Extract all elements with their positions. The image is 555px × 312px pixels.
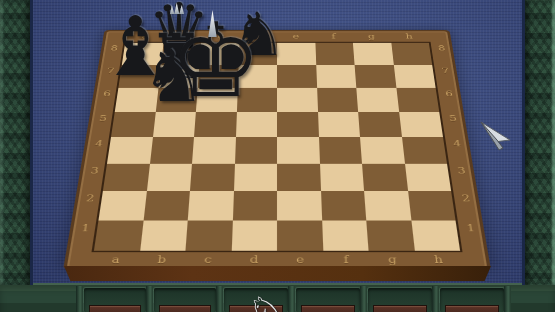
square-h3[interactable] bbox=[404, 163, 451, 191]
square-d1[interactable] bbox=[231, 220, 277, 251]
square-d2[interactable] bbox=[232, 191, 277, 220]
square-h4[interactable] bbox=[402, 137, 447, 163]
square-f8[interactable] bbox=[315, 43, 355, 65]
tray-slot-5[interactable] bbox=[368, 288, 432, 312]
tray-divider bbox=[216, 286, 223, 312]
coord-label-1: 1 bbox=[460, 223, 481, 233]
coord-label-d: d bbox=[231, 255, 277, 266]
square-f1[interactable] bbox=[322, 220, 369, 251]
square-e2[interactable] bbox=[277, 191, 322, 220]
square-f5[interactable] bbox=[318, 112, 360, 137]
coord-label-e: e bbox=[277, 255, 323, 266]
coord-label-7: 7 bbox=[436, 67, 454, 75]
square-a2[interactable] bbox=[99, 191, 147, 220]
square-d3[interactable] bbox=[233, 163, 277, 191]
coord-label-h: h bbox=[415, 255, 463, 266]
square-a1[interactable] bbox=[94, 220, 143, 251]
tray-divider bbox=[146, 286, 153, 312]
square-c3[interactable] bbox=[190, 163, 235, 191]
square-g8[interactable] bbox=[353, 43, 393, 65]
square-h7[interactable] bbox=[393, 65, 435, 88]
square-g3[interactable] bbox=[362, 163, 408, 191]
board-side-face bbox=[64, 266, 491, 281]
coord-label-3: 3 bbox=[451, 166, 471, 175]
coord-label-2: 2 bbox=[456, 194, 477, 204]
square-g2[interactable] bbox=[364, 191, 411, 220]
coord-label-2: 2 bbox=[80, 194, 101, 204]
square-g6[interactable] bbox=[356, 88, 398, 112]
square-h2[interactable] bbox=[408, 191, 456, 220]
square-c2[interactable] bbox=[188, 191, 234, 220]
coord-label-8: 8 bbox=[433, 45, 451, 52]
piece-black-king-c6[interactable]: ♚ bbox=[170, 10, 261, 112]
square-e5[interactable] bbox=[277, 112, 319, 137]
coord-label-b: b bbox=[138, 255, 185, 266]
tray-divider bbox=[360, 286, 367, 312]
tray-inset-panel bbox=[301, 305, 355, 312]
left-border-carving bbox=[0, 0, 33, 285]
coord-label-h: h bbox=[390, 33, 429, 40]
tray-divider bbox=[288, 286, 295, 312]
square-e6[interactable] bbox=[277, 88, 318, 112]
square-b1[interactable] bbox=[140, 220, 188, 251]
square-e3[interactable] bbox=[277, 163, 321, 191]
coord-label-1: 1 bbox=[75, 223, 96, 233]
square-h1[interactable] bbox=[411, 220, 460, 251]
square-b3[interactable] bbox=[146, 163, 192, 191]
tray-inset-panel bbox=[373, 305, 427, 312]
square-f6[interactable] bbox=[317, 88, 358, 112]
coord-label-a: a bbox=[92, 255, 140, 266]
chess-game-screen: { "game": "chess", "view": "3d-perspecti… bbox=[0, 0, 555, 312]
coord-label-f: f bbox=[323, 255, 370, 266]
tray-inset-panel bbox=[159, 305, 211, 312]
tray-slot-4[interactable] bbox=[296, 288, 360, 312]
coord-label-5: 5 bbox=[443, 114, 462, 122]
coord-label-3: 3 bbox=[85, 166, 105, 175]
square-a3[interactable] bbox=[103, 163, 150, 191]
tray-inset-panel bbox=[445, 305, 499, 312]
square-c4[interactable] bbox=[192, 137, 235, 163]
tray-slot-6[interactable] bbox=[440, 288, 504, 312]
square-e1[interactable] bbox=[277, 220, 323, 251]
square-g4[interactable] bbox=[360, 137, 404, 163]
coord-label-g: g bbox=[352, 33, 390, 40]
coord-label-4: 4 bbox=[447, 139, 467, 148]
square-h5[interactable] bbox=[399, 112, 443, 137]
coord-label-4: 4 bbox=[89, 139, 109, 148]
square-g7[interactable] bbox=[355, 65, 396, 88]
square-c1[interactable] bbox=[185, 220, 232, 251]
square-f4[interactable] bbox=[319, 137, 362, 163]
square-f3[interactable] bbox=[319, 163, 364, 191]
tray-divider bbox=[76, 286, 83, 312]
right-border-carving bbox=[522, 0, 555, 285]
coord-label-g: g bbox=[369, 255, 416, 266]
square-g1[interactable] bbox=[366, 220, 414, 251]
coord-label-f: f bbox=[315, 33, 353, 40]
square-g5[interactable] bbox=[358, 112, 401, 137]
square-a4[interactable] bbox=[107, 137, 152, 163]
tray-divider bbox=[504, 286, 511, 312]
tray-divider bbox=[432, 286, 439, 312]
coord-label-6: 6 bbox=[440, 90, 459, 98]
square-e4[interactable] bbox=[277, 137, 319, 163]
square-d4[interactable] bbox=[235, 137, 277, 163]
tray-slot-2[interactable] bbox=[154, 288, 216, 312]
cursor-arrow-icon bbox=[477, 119, 513, 151]
square-b2[interactable] bbox=[143, 191, 190, 220]
tray-inset-panel bbox=[89, 305, 141, 312]
coord-label-5: 5 bbox=[93, 114, 112, 122]
tray-slot-1[interactable] bbox=[84, 288, 146, 312]
square-h8[interactable] bbox=[391, 43, 432, 65]
coord-label-c: c bbox=[184, 255, 231, 266]
square-h6[interactable] bbox=[396, 88, 439, 112]
square-f2[interactable] bbox=[321, 191, 367, 220]
square-b4[interactable] bbox=[150, 137, 194, 163]
square-f7[interactable] bbox=[316, 65, 357, 88]
